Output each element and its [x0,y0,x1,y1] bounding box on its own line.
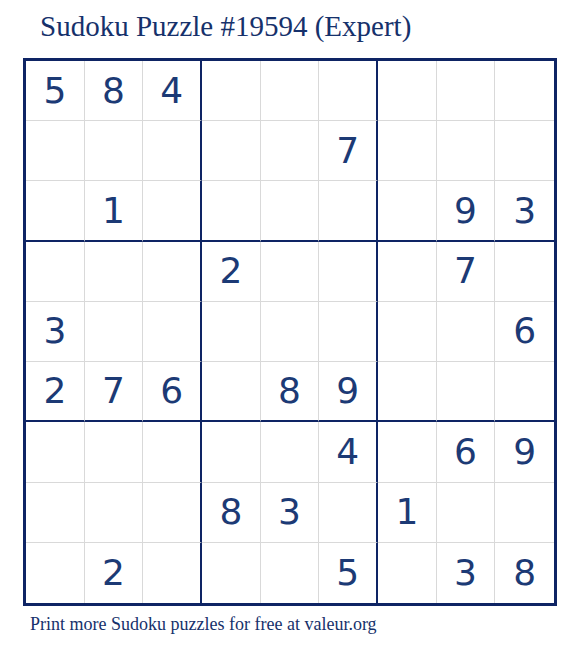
cell-r6c3: 6 [143,362,202,422]
cell-r9c5 [261,543,320,603]
cell-r7c6: 4 [319,422,378,482]
cell-r3c1 [26,181,85,241]
cell-r8c1 [26,483,85,543]
cell-r4c9 [495,242,554,302]
cell-r4c7 [378,242,437,302]
cell-r6c9 [495,362,554,422]
cell-r9c6: 5 [319,543,378,603]
cell-r1c2: 8 [85,61,144,121]
cell-r1c1: 5 [26,61,85,121]
cell-r4c6 [319,242,378,302]
cell-r5c4 [202,302,261,362]
cell-r1c4 [202,61,261,121]
footer-text: Print more Sudoku puzzles for free at va… [30,614,377,635]
cell-r9c8: 3 [437,543,496,603]
cell-r2c2 [85,121,144,181]
cell-r7c4 [202,422,261,482]
cell-r3c4 [202,181,261,241]
cell-r1c9 [495,61,554,121]
cell-r2c1 [26,121,85,181]
cell-r5c7 [378,302,437,362]
cell-r2c6: 7 [319,121,378,181]
cell-r8c5: 3 [261,483,320,543]
cell-r1c7 [378,61,437,121]
cell-r8c8 [437,483,496,543]
cell-r6c4 [202,362,261,422]
cell-r2c9 [495,121,554,181]
cell-r7c9: 9 [495,422,554,482]
cell-r8c2 [85,483,144,543]
cell-r7c8: 6 [437,422,496,482]
cell-r1c3: 4 [143,61,202,121]
cell-r3c8: 9 [437,181,496,241]
cell-r3c9: 3 [495,181,554,241]
cell-r4c1 [26,242,85,302]
cell-r1c5 [261,61,320,121]
cell-r9c1 [26,543,85,603]
cell-r5c1: 3 [26,302,85,362]
cell-r5c8 [437,302,496,362]
cell-r4c2 [85,242,144,302]
cell-r6c8 [437,362,496,422]
sudoku-board: 58471932736276894698312538 [23,58,557,606]
cell-r5c9: 6 [495,302,554,362]
cell-r2c4 [202,121,261,181]
cell-r5c5 [261,302,320,362]
cell-r7c7 [378,422,437,482]
cell-r6c2: 7 [85,362,144,422]
cell-r8c7: 1 [378,483,437,543]
cell-r8c9 [495,483,554,543]
cell-r2c7 [378,121,437,181]
cell-r3c6 [319,181,378,241]
cell-r7c1 [26,422,85,482]
cell-r1c6 [319,61,378,121]
cell-r1c8 [437,61,496,121]
cell-r2c8 [437,121,496,181]
cell-r9c3 [143,543,202,603]
cell-r2c3 [143,121,202,181]
cell-r4c3 [143,242,202,302]
cell-r7c2 [85,422,144,482]
cell-r4c8: 7 [437,242,496,302]
cell-r8c4: 8 [202,483,261,543]
cell-r5c6 [319,302,378,362]
cell-r7c5 [261,422,320,482]
page-title: Sudoku Puzzle #19594 (Expert) [40,10,411,43]
cell-r6c5: 8 [261,362,320,422]
cell-r5c2 [85,302,144,362]
cell-r3c7 [378,181,437,241]
cell-r4c5 [261,242,320,302]
cell-r3c2: 1 [85,181,144,241]
cell-r6c7 [378,362,437,422]
cell-r6c6: 9 [319,362,378,422]
cell-r3c5 [261,181,320,241]
sudoku-print-page: Sudoku Puzzle #19594 (Expert) 5847193273… [0,0,580,651]
cell-r2c5 [261,121,320,181]
cell-r4c4: 2 [202,242,261,302]
cell-r7c3 [143,422,202,482]
cell-r3c3 [143,181,202,241]
cell-r9c9: 8 [495,543,554,603]
cell-r8c3 [143,483,202,543]
cell-r5c3 [143,302,202,362]
cell-r6c1: 2 [26,362,85,422]
cell-r9c4 [202,543,261,603]
cell-r9c2: 2 [85,543,144,603]
cell-r8c6 [319,483,378,543]
cell-r9c7 [378,543,437,603]
